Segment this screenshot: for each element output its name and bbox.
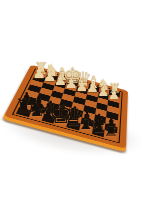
product-photo: ♜♞♝♚♛♝♞♜♟♟♟♟♟♟♟♟♟♟♟♟♟♟♟♟♜♞♝♚♛♝♞♜ bbox=[0, 0, 150, 200]
